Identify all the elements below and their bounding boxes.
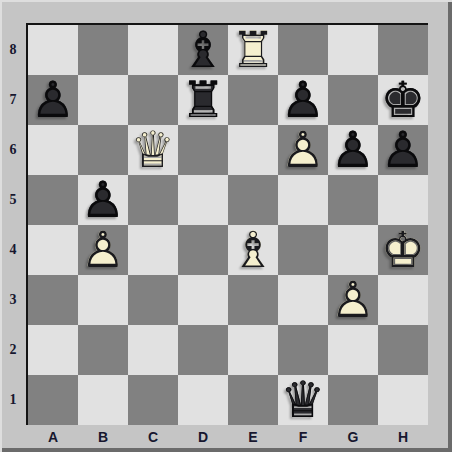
- square-g4[interactable]: [328, 225, 378, 275]
- square-a2[interactable]: [28, 325, 78, 375]
- square-b5[interactable]: ♟♙: [78, 175, 128, 225]
- rank-label-3: 3: [0, 275, 26, 325]
- file-label-d: D: [178, 425, 228, 449]
- piece-white-king[interactable]: ♚♔: [378, 225, 428, 275]
- square-b7[interactable]: [78, 75, 128, 125]
- square-g7[interactable]: [328, 75, 378, 125]
- rank-label-4: 4: [0, 225, 26, 275]
- square-c1[interactable]: [128, 375, 178, 425]
- square-d4[interactable]: [178, 225, 228, 275]
- square-b3[interactable]: [78, 275, 128, 325]
- piece-black-pawn[interactable]: ♟♙: [278, 75, 328, 125]
- square-f5[interactable]: [278, 175, 328, 225]
- piece-black-queen[interactable]: ♛♕: [278, 375, 328, 425]
- square-g3[interactable]: ♟♙: [328, 275, 378, 325]
- square-d8[interactable]: ♝♗: [178, 25, 228, 75]
- square-f1[interactable]: ♛♕: [278, 375, 328, 425]
- square-d7[interactable]: ♜♖: [178, 75, 228, 125]
- square-d6[interactable]: [178, 125, 228, 175]
- rank-label-6: 6: [0, 125, 26, 175]
- rank-label-5: 5: [0, 175, 26, 225]
- square-c2[interactable]: [128, 325, 178, 375]
- square-a1[interactable]: [28, 375, 78, 425]
- square-g8[interactable]: [328, 25, 378, 75]
- square-h6[interactable]: ♟♙: [378, 125, 428, 175]
- square-g1[interactable]: [328, 375, 378, 425]
- piece-black-bishop[interactable]: ♝♗: [178, 25, 228, 75]
- square-a6[interactable]: [28, 125, 78, 175]
- piece-white-rook[interactable]: ♜♖: [228, 25, 278, 75]
- square-c7[interactable]: [128, 75, 178, 125]
- board: ♝♗♜♖♟♙♜♖♟♙♚♔♛♕♟♙♟♙♟♙♟♙♟♙♝♗♚♔♟♙♛♕: [26, 23, 428, 425]
- piece-black-pawn[interactable]: ♟♙: [28, 75, 78, 125]
- square-h3[interactable]: [378, 275, 428, 325]
- square-e3[interactable]: [228, 275, 278, 325]
- square-c6[interactable]: ♛♕: [128, 125, 178, 175]
- square-f6[interactable]: ♟♙: [278, 125, 328, 175]
- file-label-h: H: [378, 425, 428, 449]
- square-c4[interactable]: [128, 225, 178, 275]
- square-f7[interactable]: ♟♙: [278, 75, 328, 125]
- square-b6[interactable]: [78, 125, 128, 175]
- square-c5[interactable]: [128, 175, 178, 225]
- square-a7[interactable]: ♟♙: [28, 75, 78, 125]
- file-label-e: E: [228, 425, 278, 449]
- piece-black-king[interactable]: ♚♔: [378, 75, 428, 125]
- square-b8[interactable]: [78, 25, 128, 75]
- rank-label-7: 7: [0, 75, 26, 125]
- square-e2[interactable]: [228, 325, 278, 375]
- piece-white-pawn[interactable]: ♟♙: [328, 275, 378, 325]
- square-e8[interactable]: ♜♖: [228, 25, 278, 75]
- rank-label-1: 1: [0, 375, 26, 425]
- rank-labels: 87654321: [0, 25, 26, 425]
- file-label-b: B: [78, 425, 128, 449]
- square-h4[interactable]: ♚♔: [378, 225, 428, 275]
- square-h2[interactable]: [378, 325, 428, 375]
- piece-black-pawn[interactable]: ♟♙: [78, 175, 128, 225]
- piece-white-bishop[interactable]: ♝♗: [228, 225, 278, 275]
- square-d3[interactable]: [178, 275, 228, 325]
- square-e6[interactable]: [228, 125, 278, 175]
- square-f2[interactable]: [278, 325, 328, 375]
- file-label-c: C: [128, 425, 178, 449]
- square-f3[interactable]: [278, 275, 328, 325]
- square-g5[interactable]: [328, 175, 378, 225]
- square-d2[interactable]: [178, 325, 228, 375]
- square-h5[interactable]: [378, 175, 428, 225]
- square-c3[interactable]: [128, 275, 178, 325]
- square-g2[interactable]: [328, 325, 378, 375]
- piece-black-pawn[interactable]: ♟♙: [328, 125, 378, 175]
- square-g6[interactable]: ♟♙: [328, 125, 378, 175]
- square-c8[interactable]: [128, 25, 178, 75]
- square-b2[interactable]: [78, 325, 128, 375]
- file-label-a: A: [28, 425, 78, 449]
- square-e5[interactable]: [228, 175, 278, 225]
- square-b4[interactable]: ♟♙: [78, 225, 128, 275]
- square-a5[interactable]: [28, 175, 78, 225]
- piece-white-pawn[interactable]: ♟♙: [78, 225, 128, 275]
- square-f4[interactable]: [278, 225, 328, 275]
- square-e1[interactable]: [228, 375, 278, 425]
- square-h8[interactable]: [378, 25, 428, 75]
- rank-label-8: 8: [0, 25, 26, 75]
- piece-white-pawn[interactable]: ♟♙: [278, 125, 328, 175]
- file-label-f: F: [278, 425, 328, 449]
- rank-label-2: 2: [0, 325, 26, 375]
- square-e7[interactable]: [228, 75, 278, 125]
- file-labels: ABCDEFGH: [28, 425, 428, 449]
- square-a3[interactable]: [28, 275, 78, 325]
- square-f8[interactable]: [278, 25, 328, 75]
- piece-white-queen[interactable]: ♛♕: [128, 125, 178, 175]
- square-a4[interactable]: [28, 225, 78, 275]
- chess-diagram-frame: 87654321 ♝♗♜♖♟♙♜♖♟♙♚♔♛♕♟♙♟♙♟♙♟♙♟♙♝♗♚♔♟♙♛…: [0, 0, 452, 452]
- square-d1[interactable]: [178, 375, 228, 425]
- square-b1[interactable]: [78, 375, 128, 425]
- square-h1[interactable]: [378, 375, 428, 425]
- square-h7[interactable]: ♚♔: [378, 75, 428, 125]
- square-a8[interactable]: [28, 25, 78, 75]
- piece-black-pawn[interactable]: ♟♙: [378, 125, 428, 175]
- file-label-g: G: [328, 425, 378, 449]
- square-e4[interactable]: ♝♗: [228, 225, 278, 275]
- square-d5[interactable]: [178, 175, 228, 225]
- piece-black-rook[interactable]: ♜♖: [178, 75, 228, 125]
